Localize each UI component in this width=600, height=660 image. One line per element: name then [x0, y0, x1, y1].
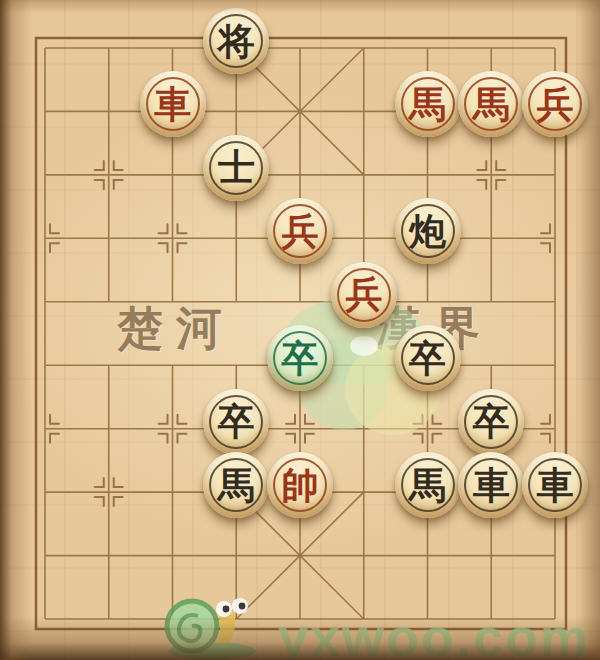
piece-red-soldier[interactable]: 兵	[522, 71, 588, 137]
piece-black-soldier[interactable]: 卒	[203, 389, 269, 455]
piece-glyph: 帥	[282, 467, 319, 504]
piece-black-general[interactable]: 将	[203, 8, 269, 74]
piece-glyph: 馬	[409, 86, 446, 123]
piece-black-soldier[interactable]: 卒	[458, 389, 524, 455]
piece-red-general[interactable]: 帥	[267, 452, 333, 518]
piece-glyph: 兵	[345, 276, 382, 313]
xiangqi-board[interactable]: 楚河 漢界 将車馬馬兵士兵炮兵卒卒卒卒馬帥馬車車 yxwoo.com	[0, 0, 600, 660]
piece-glyph: 将	[218, 23, 255, 60]
piece-black-chariot[interactable]: 車	[458, 452, 524, 518]
piece-black-horse[interactable]: 馬	[203, 452, 269, 518]
piece-glyph: 卒	[282, 340, 319, 377]
piece-black-advisor[interactable]: 士	[203, 135, 269, 201]
piece-glyph: 車	[154, 86, 191, 123]
piece-black-cannon[interactable]: 炮	[395, 198, 461, 264]
piece-glyph: 馬	[218, 467, 255, 504]
piece-glyph: 卒	[473, 403, 510, 440]
piece-red-soldier[interactable]: 兵	[331, 262, 397, 328]
piece-glyph: 卒	[409, 340, 446, 377]
piece-black-soldier[interactable]: 卒	[267, 325, 333, 391]
piece-black-chariot[interactable]: 車	[522, 452, 588, 518]
piece-glyph: 兵	[282, 213, 319, 250]
piece-glyph: 兵	[537, 86, 574, 123]
piece-red-chariot[interactable]: 車	[140, 71, 206, 137]
piece-glyph: 馬	[473, 86, 510, 123]
piece-black-soldier[interactable]: 卒	[395, 325, 461, 391]
piece-red-horse[interactable]: 馬	[395, 71, 461, 137]
piece-red-soldier[interactable]: 兵	[267, 198, 333, 264]
piece-glyph: 車	[473, 467, 510, 504]
piece-glyph: 馬	[409, 467, 446, 504]
piece-red-horse[interactable]: 馬	[458, 71, 524, 137]
piece-glyph: 車	[537, 467, 574, 504]
piece-black-horse[interactable]: 馬	[395, 452, 461, 518]
pieces-layer: 将車馬馬兵士兵炮兵卒卒卒卒馬帥馬車車	[0, 0, 600, 660]
piece-glyph: 炮	[409, 213, 446, 250]
piece-glyph: 士	[218, 149, 255, 186]
piece-glyph: 卒	[218, 403, 255, 440]
